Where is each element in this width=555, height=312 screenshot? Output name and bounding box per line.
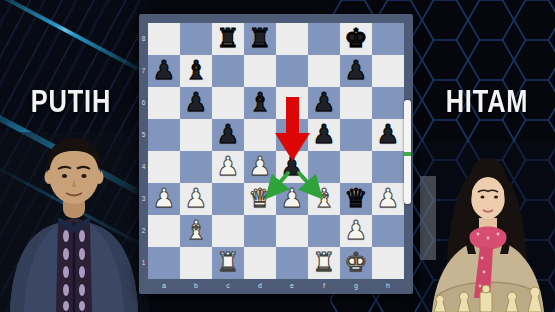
square-a7[interactable]: ♟ — [148, 55, 180, 87]
white-rook-piece: ♜ — [308, 247, 340, 279]
eval-marker — [404, 152, 411, 156]
square-e2[interactable] — [276, 215, 308, 247]
black-pawn-piece: ♟ — [340, 55, 372, 87]
chess-board: 87654321 ♜♜♚♟♝♟♟♝♟♟♟♟♟♟♟♟♟♛♟♝♛♟♝♟♜♜♚ abc… — [139, 14, 413, 294]
black-queen-piece: ♛ — [340, 183, 372, 215]
rank-label-2: 2 — [139, 215, 148, 247]
square-b5[interactable] — [180, 119, 212, 151]
white-player-label: PUTIH — [17, 84, 125, 120]
square-h7[interactable] — [372, 55, 404, 87]
rank-label-6: 6 — [139, 87, 148, 119]
black-player-photo — [420, 142, 555, 312]
square-h6[interactable] — [372, 87, 404, 119]
white-rook-piece: ♜ — [212, 247, 244, 279]
white-pawn-piece: ♟ — [148, 183, 180, 215]
square-b6[interactable]: ♟ — [180, 87, 212, 119]
white-pawn-piece: ♟ — [340, 215, 372, 247]
square-e4[interactable]: ♟ — [276, 151, 308, 183]
square-b3[interactable]: ♟ — [180, 183, 212, 215]
black-bishop-piece: ♝ — [180, 55, 212, 87]
white-queen-piece: ♛ — [244, 183, 276, 215]
file-label-h: h — [372, 279, 404, 293]
black-rook-piece: ♜ — [212, 23, 244, 55]
square-d3[interactable]: ♛ — [244, 183, 276, 215]
white-pawn-piece: ♟ — [276, 183, 308, 215]
square-e8[interactable] — [276, 23, 308, 55]
square-a3[interactable]: ♟ — [148, 183, 180, 215]
square-f6[interactable]: ♟ — [308, 87, 340, 119]
square-a1[interactable] — [148, 247, 180, 279]
file-label-e: e — [276, 279, 308, 293]
black-pawn-piece: ♟ — [276, 151, 308, 183]
board-grid: ♜♜♚♟♝♟♟♝♟♟♟♟♟♟♟♟♟♛♟♝♛♟♝♟♜♜♚ — [148, 23, 404, 279]
square-c6[interactable] — [212, 87, 244, 119]
file-label-a: a — [148, 279, 180, 293]
square-a8[interactable] — [148, 23, 180, 55]
square-a5[interactable] — [148, 119, 180, 151]
square-h2[interactable] — [372, 215, 404, 247]
black-pawn-piece: ♟ — [308, 119, 340, 151]
square-f8[interactable] — [308, 23, 340, 55]
rank-label-3: 3 — [139, 183, 148, 215]
square-g4[interactable] — [340, 151, 372, 183]
square-c3[interactable] — [212, 183, 244, 215]
rank-label-8: 8 — [139, 23, 148, 55]
square-c1[interactable]: ♜ — [212, 247, 244, 279]
square-c8[interactable]: ♜ — [212, 23, 244, 55]
file-label-g: g — [340, 279, 372, 293]
white-bishop-piece: ♝ — [308, 183, 340, 215]
white-player-photo — [0, 132, 148, 312]
white-bishop-piece: ♝ — [180, 215, 212, 247]
square-f2[interactable] — [308, 215, 340, 247]
square-e6[interactable] — [276, 87, 308, 119]
black-pawn-piece: ♟ — [372, 119, 404, 151]
square-f1[interactable]: ♜ — [308, 247, 340, 279]
square-h4[interactable] — [372, 151, 404, 183]
file-label-b: b — [180, 279, 212, 293]
square-d7[interactable] — [244, 55, 276, 87]
black-pawn-piece: ♟ — [180, 87, 212, 119]
square-d4[interactable]: ♟ — [244, 151, 276, 183]
rank-label-7: 7 — [139, 55, 148, 87]
square-g2[interactable]: ♟ — [340, 215, 372, 247]
square-c7[interactable] — [212, 55, 244, 87]
white-pawn-piece: ♟ — [244, 151, 276, 183]
black-king-piece: ♚ — [340, 23, 372, 55]
black-pawn-piece: ♟ — [308, 87, 340, 119]
square-d1[interactable] — [244, 247, 276, 279]
square-g1[interactable]: ♚ — [340, 247, 372, 279]
square-b1[interactable] — [180, 247, 212, 279]
square-e7[interactable] — [276, 55, 308, 87]
square-a6[interactable] — [148, 87, 180, 119]
square-b2[interactable]: ♝ — [180, 215, 212, 247]
square-h3[interactable]: ♟ — [372, 183, 404, 215]
file-label-d: d — [244, 279, 276, 293]
square-d5[interactable] — [244, 119, 276, 151]
square-d6[interactable]: ♝ — [244, 87, 276, 119]
white-pawn-piece: ♟ — [212, 151, 244, 183]
square-b8[interactable] — [180, 23, 212, 55]
black-pawn-piece: ♟ — [212, 119, 244, 151]
rank-label-4: 4 — [139, 151, 148, 183]
white-king-piece: ♚ — [340, 247, 372, 279]
square-a4[interactable] — [148, 151, 180, 183]
square-c4[interactable]: ♟ — [212, 151, 244, 183]
square-b7[interactable]: ♝ — [180, 55, 212, 87]
rank-label-1: 1 — [139, 247, 148, 279]
square-g5[interactable] — [340, 119, 372, 151]
square-h1[interactable] — [372, 247, 404, 279]
black-rook-piece: ♜ — [244, 23, 276, 55]
white-pawn-piece: ♟ — [180, 183, 212, 215]
square-d2[interactable] — [244, 215, 276, 247]
square-b4[interactable] — [180, 151, 212, 183]
black-pawn-piece: ♟ — [148, 55, 180, 87]
square-f3[interactable]: ♝ — [308, 183, 340, 215]
square-e5[interactable] — [276, 119, 308, 151]
square-e3[interactable]: ♟ — [276, 183, 308, 215]
square-g6[interactable] — [340, 87, 372, 119]
square-g8[interactable]: ♚ — [340, 23, 372, 55]
square-g3[interactable]: ♛ — [340, 183, 372, 215]
square-e1[interactable] — [276, 247, 308, 279]
black-player-label: HITAM — [433, 84, 541, 120]
square-f4[interactable] — [308, 151, 340, 183]
square-d8[interactable]: ♜ — [244, 23, 276, 55]
white-pawn-piece: ♟ — [372, 183, 404, 215]
black-bishop-piece: ♝ — [244, 87, 276, 119]
square-f5[interactable]: ♟ — [308, 119, 340, 151]
square-g7[interactable]: ♟ — [340, 55, 372, 87]
square-a2[interactable] — [148, 215, 180, 247]
square-h5[interactable]: ♟ — [372, 119, 404, 151]
square-f7[interactable] — [308, 55, 340, 87]
square-h8[interactable] — [372, 23, 404, 55]
file-label-c: c — [212, 279, 244, 293]
rank-label-5: 5 — [139, 119, 148, 151]
square-c2[interactable] — [212, 215, 244, 247]
square-c5[interactable]: ♟ — [212, 119, 244, 151]
file-label-f: f — [308, 279, 340, 293]
file-labels: abcdefgh — [148, 279, 404, 293]
rank-labels: 87654321 — [139, 23, 148, 279]
thumbnail-stage: PUTIH HITAM — [0, 0, 555, 312]
eval-bar — [404, 100, 411, 204]
